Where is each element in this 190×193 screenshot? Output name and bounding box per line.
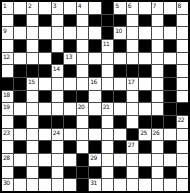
clue-number: 9 bbox=[3, 27, 6, 34]
black-cell bbox=[127, 129, 138, 141]
black-cell bbox=[139, 65, 150, 77]
clue-number: 20 bbox=[78, 103, 85, 110]
grid-cell[interactable]: 20 bbox=[77, 103, 88, 115]
grid-cell[interactable] bbox=[177, 27, 188, 39]
grid-cell[interactable] bbox=[89, 27, 100, 39]
grid-cell[interactable] bbox=[77, 129, 88, 141]
grid-cell[interactable] bbox=[114, 103, 125, 115]
grid-cell[interactable]: 25 bbox=[139, 129, 150, 141]
black-cell bbox=[139, 15, 150, 27]
clue-number: 15 bbox=[28, 78, 35, 85]
grid-cell[interactable] bbox=[127, 154, 138, 166]
grid-cell[interactable] bbox=[177, 53, 188, 65]
clue-number: 19 bbox=[3, 103, 10, 110]
black-cell bbox=[164, 103, 175, 115]
grid-cell[interactable] bbox=[14, 103, 25, 115]
black-cell bbox=[177, 103, 188, 115]
grid-cell[interactable] bbox=[127, 53, 138, 65]
black-cell bbox=[64, 40, 75, 52]
grid-cell[interactable] bbox=[27, 103, 38, 115]
grid-cell[interactable] bbox=[2, 141, 13, 153]
grid-cell[interactable] bbox=[139, 78, 150, 90]
black-cell bbox=[77, 179, 88, 191]
grid-cell[interactable]: 17 bbox=[127, 78, 138, 90]
clue-number: 23 bbox=[3, 129, 10, 136]
grid-cell[interactable] bbox=[52, 27, 63, 39]
black-cell bbox=[39, 40, 50, 52]
black-cell bbox=[114, 65, 125, 77]
black-cell bbox=[14, 116, 25, 128]
black-cell bbox=[102, 15, 113, 27]
black-cell bbox=[14, 40, 25, 52]
grid-cell[interactable] bbox=[64, 2, 75, 14]
clue-number: 16 bbox=[90, 78, 97, 85]
grid-cell[interactable] bbox=[102, 65, 113, 77]
grid-cell[interactable] bbox=[164, 154, 175, 166]
grid-cell[interactable]: 4 bbox=[77, 2, 88, 14]
grid-cell[interactable] bbox=[152, 40, 163, 52]
grid-cell[interactable] bbox=[77, 65, 88, 77]
black-cell bbox=[89, 15, 100, 27]
black-cell bbox=[114, 40, 125, 52]
clue-number: 4 bbox=[78, 2, 81, 9]
grid-cell[interactable]: 28 bbox=[2, 154, 13, 166]
grid-cell[interactable] bbox=[27, 53, 38, 65]
black-cell bbox=[164, 65, 175, 77]
grid-cell[interactable] bbox=[102, 78, 113, 90]
black-cell bbox=[14, 15, 25, 27]
grid-cell[interactable] bbox=[177, 154, 188, 166]
grid-cell[interactable] bbox=[39, 2, 50, 14]
grid-cell[interactable] bbox=[52, 15, 63, 27]
grid-cell[interactable] bbox=[152, 65, 163, 77]
grid-cell[interactable] bbox=[102, 141, 113, 153]
black-cell bbox=[89, 40, 100, 52]
clue-number: 7 bbox=[153, 2, 156, 9]
grid-cell[interactable] bbox=[64, 78, 75, 90]
grid-cell[interactable]: 10 bbox=[114, 27, 125, 39]
clue-number: 27 bbox=[128, 141, 135, 148]
grid-cell[interactable] bbox=[39, 78, 50, 90]
grid-cell[interactable] bbox=[27, 27, 38, 39]
black-cell bbox=[64, 65, 75, 77]
grid-cell[interactable] bbox=[102, 53, 113, 65]
clue-number: 21 bbox=[103, 103, 110, 110]
grid-cell[interactable] bbox=[177, 40, 188, 52]
grid-cell[interactable]: 9 bbox=[2, 27, 13, 39]
black-cell bbox=[164, 116, 175, 128]
black-cell bbox=[2, 78, 13, 90]
black-cell bbox=[89, 65, 100, 77]
crossword-grid: 1234567891011121314151617181920212223242… bbox=[0, 0, 190, 193]
grid-cell[interactable] bbox=[114, 154, 125, 166]
black-cell bbox=[27, 65, 38, 77]
grid-cell[interactable]: 19 bbox=[2, 103, 13, 115]
grid-cell[interactable] bbox=[89, 103, 100, 115]
grid-cell[interactable] bbox=[177, 141, 188, 153]
grid-cell[interactable]: 31 bbox=[89, 179, 100, 191]
grid-cell[interactable] bbox=[102, 179, 113, 191]
grid-cell[interactable] bbox=[27, 179, 38, 191]
clue-number: 25 bbox=[140, 129, 147, 136]
grid-cell[interactable] bbox=[177, 129, 188, 141]
black-cell bbox=[64, 116, 75, 128]
clue-number: 22 bbox=[178, 116, 185, 123]
grid-cell[interactable] bbox=[52, 78, 63, 90]
grid-cell[interactable] bbox=[27, 141, 38, 153]
grid-cell[interactable] bbox=[52, 141, 63, 153]
black-cell bbox=[102, 2, 113, 14]
grid-cell[interactable]: 24 bbox=[52, 129, 63, 141]
black-cell bbox=[39, 15, 50, 27]
black-cell bbox=[14, 167, 25, 179]
grid-cell[interactable] bbox=[89, 91, 100, 103]
grid-cell[interactable] bbox=[139, 154, 150, 166]
grid-cell[interactable] bbox=[77, 27, 88, 39]
grid-cell[interactable] bbox=[114, 179, 125, 191]
grid-cell[interactable]: 30 bbox=[2, 179, 13, 191]
grid-cell[interactable] bbox=[14, 53, 25, 65]
black-cell bbox=[114, 141, 125, 153]
grid-cell[interactable] bbox=[152, 154, 163, 166]
grid-cell[interactable]: 16 bbox=[89, 78, 100, 90]
grid-cell[interactable] bbox=[52, 40, 63, 52]
grid-cell[interactable] bbox=[139, 103, 150, 115]
grid-cell[interactable] bbox=[64, 179, 75, 191]
grid-cell[interactable] bbox=[64, 103, 75, 115]
black-cell bbox=[127, 65, 138, 77]
grid-cell[interactable] bbox=[2, 65, 13, 77]
black-cell bbox=[164, 15, 175, 27]
grid-cell[interactable]: 21 bbox=[102, 103, 113, 115]
black-cell bbox=[102, 27, 113, 39]
grid-cell[interactable] bbox=[39, 179, 50, 191]
grid-cell[interactable] bbox=[139, 179, 150, 191]
grid-cell[interactable] bbox=[2, 40, 13, 52]
grid-cell[interactable]: 13 bbox=[64, 53, 75, 65]
grid-cell[interactable] bbox=[27, 167, 38, 179]
grid-cell[interactable] bbox=[102, 154, 113, 166]
clue-number: 6 bbox=[128, 2, 131, 9]
grid-cell[interactable] bbox=[27, 91, 38, 103]
black-cell bbox=[164, 141, 175, 153]
black-cell bbox=[102, 91, 113, 103]
black-cell bbox=[39, 141, 50, 153]
grid-cell[interactable] bbox=[102, 129, 113, 141]
grid-cell[interactable] bbox=[27, 40, 38, 52]
black-cell bbox=[52, 53, 63, 65]
grid-cell[interactable] bbox=[14, 27, 25, 39]
grid-cell[interactable] bbox=[77, 78, 88, 90]
grid-cell[interactable] bbox=[39, 27, 50, 39]
grid-cell[interactable] bbox=[139, 53, 150, 65]
black-cell bbox=[14, 91, 25, 103]
black-cell bbox=[139, 40, 150, 52]
clue-number: 14 bbox=[53, 65, 60, 72]
grid-cell[interactable]: 27 bbox=[127, 141, 138, 153]
grid-cell[interactable] bbox=[102, 167, 113, 179]
grid-cell[interactable] bbox=[14, 2, 25, 14]
grid-cell[interactable] bbox=[177, 179, 188, 191]
clue-number: 8 bbox=[178, 2, 181, 9]
grid-cell[interactable] bbox=[39, 53, 50, 65]
black-cell bbox=[14, 78, 25, 90]
grid-cell[interactable]: 1 bbox=[2, 2, 13, 14]
black-cell bbox=[164, 78, 175, 90]
grid-cell[interactable] bbox=[164, 27, 175, 39]
grid-cell[interactable]: 11 bbox=[102, 40, 113, 52]
grid-cell[interactable] bbox=[152, 103, 163, 115]
black-cell bbox=[139, 167, 150, 179]
black-cell bbox=[64, 167, 75, 179]
grid-cell[interactable] bbox=[114, 78, 125, 90]
grid-cell[interactable] bbox=[177, 91, 188, 103]
grid-cell[interactable] bbox=[27, 116, 38, 128]
black-cell bbox=[114, 116, 125, 128]
grid-cell[interactable] bbox=[127, 40, 138, 52]
clue-number: 10 bbox=[115, 27, 122, 34]
grid-cell[interactable]: 26 bbox=[152, 129, 163, 141]
grid-cell[interactable] bbox=[52, 179, 63, 191]
black-cell bbox=[152, 116, 163, 128]
grid-cell[interactable] bbox=[2, 167, 13, 179]
grid-cell[interactable] bbox=[127, 116, 138, 128]
grid-cell[interactable]: 12 bbox=[2, 53, 13, 65]
grid-cell[interactable] bbox=[127, 167, 138, 179]
black-cell bbox=[164, 167, 175, 179]
grid-cell[interactable]: 6 bbox=[127, 2, 138, 14]
black-cell bbox=[89, 116, 100, 128]
grid-cell[interactable] bbox=[127, 103, 138, 115]
grid-cell[interactable]: 2 bbox=[27, 2, 38, 14]
grid-cell[interactable] bbox=[52, 167, 63, 179]
grid-cell[interactable] bbox=[164, 53, 175, 65]
clue-number: 3 bbox=[53, 2, 56, 9]
grid-cell[interactable] bbox=[152, 141, 163, 153]
clue-number: 12 bbox=[3, 53, 10, 60]
black-cell bbox=[164, 40, 175, 52]
grid-cell[interactable] bbox=[177, 167, 188, 179]
grid-cell[interactable] bbox=[52, 103, 63, 115]
grid-cell[interactable] bbox=[27, 129, 38, 141]
clue-number: 17 bbox=[128, 78, 135, 85]
grid-cell[interactable]: 14 bbox=[52, 65, 63, 77]
black-cell bbox=[114, 15, 125, 27]
black-cell bbox=[77, 91, 88, 103]
black-cell bbox=[139, 116, 150, 128]
black-cell bbox=[89, 167, 100, 179]
grid-cell[interactable] bbox=[139, 2, 150, 14]
grid-cell[interactable] bbox=[64, 129, 75, 141]
grid-cell[interactable] bbox=[89, 129, 100, 141]
clue-number: 31 bbox=[90, 179, 97, 186]
grid-cell[interactable] bbox=[77, 53, 88, 65]
grid-cell[interactable] bbox=[77, 141, 88, 153]
grid-cell[interactable] bbox=[177, 78, 188, 90]
black-cell bbox=[114, 167, 125, 179]
grid-cell[interactable] bbox=[89, 2, 100, 14]
black-cell bbox=[77, 167, 88, 179]
clue-number: 5 bbox=[115, 2, 118, 9]
black-cell bbox=[139, 91, 150, 103]
black-cell bbox=[64, 91, 75, 103]
grid-cell[interactable]: 18 bbox=[2, 91, 13, 103]
grid-cell[interactable] bbox=[52, 91, 63, 103]
grid-cell[interactable] bbox=[2, 15, 13, 27]
black-cell bbox=[52, 116, 63, 128]
black-cell bbox=[14, 141, 25, 153]
clue-number: 26 bbox=[153, 129, 160, 136]
black-cell bbox=[39, 91, 50, 103]
black-cell bbox=[64, 141, 75, 153]
black-cell bbox=[164, 91, 175, 103]
grid-cell[interactable]: 7 bbox=[152, 2, 163, 14]
grid-cell[interactable] bbox=[77, 116, 88, 128]
clue-number: 13 bbox=[65, 53, 72, 60]
grid-cell[interactable] bbox=[102, 116, 113, 128]
grid-cell[interactable] bbox=[127, 91, 138, 103]
grid-cell[interactable] bbox=[152, 78, 163, 90]
grid-cell[interactable] bbox=[114, 129, 125, 141]
grid-cell[interactable] bbox=[39, 103, 50, 115]
black-cell bbox=[114, 91, 125, 103]
grid-cell[interactable]: 8 bbox=[177, 2, 188, 14]
grid-cell[interactable] bbox=[27, 15, 38, 27]
black-cell bbox=[14, 65, 25, 77]
grid-cell[interactable] bbox=[152, 91, 163, 103]
grid-cell[interactable] bbox=[39, 129, 50, 141]
grid-cell[interactable] bbox=[127, 27, 138, 39]
grid-cell[interactable] bbox=[77, 15, 88, 27]
grid-cell[interactable] bbox=[152, 53, 163, 65]
grid-cell[interactable]: 29 bbox=[89, 154, 100, 166]
clue-number: 1 bbox=[3, 2, 6, 9]
grid-cell[interactable] bbox=[139, 27, 150, 39]
grid-cell[interactable] bbox=[89, 53, 100, 65]
grid-cell[interactable] bbox=[127, 179, 138, 191]
grid-cell[interactable] bbox=[2, 116, 13, 128]
grid-cell[interactable] bbox=[164, 179, 175, 191]
black-cell bbox=[39, 167, 50, 179]
grid-cell[interactable] bbox=[64, 27, 75, 39]
grid-cell[interactable]: 15 bbox=[27, 78, 38, 90]
clue-number: 30 bbox=[3, 179, 10, 186]
grid-cell[interactable] bbox=[39, 154, 50, 166]
black-cell bbox=[64, 15, 75, 27]
grid-cell[interactable]: 5 bbox=[114, 2, 125, 14]
clue-number: 2 bbox=[28, 2, 31, 9]
grid-cell[interactable]: 23 bbox=[2, 129, 13, 141]
black-cell bbox=[89, 141, 100, 153]
grid-cell[interactable]: 3 bbox=[52, 2, 63, 14]
grid-cell[interactable] bbox=[64, 154, 75, 166]
grid-cell[interactable] bbox=[177, 15, 188, 27]
clue-number: 24 bbox=[53, 129, 60, 136]
grid-cell[interactable] bbox=[127, 15, 138, 27]
clue-number: 11 bbox=[103, 40, 110, 47]
clue-number: 18 bbox=[3, 91, 10, 98]
grid-cell[interactable] bbox=[27, 154, 38, 166]
grid-cell[interactable] bbox=[164, 2, 175, 14]
grid-cell[interactable] bbox=[152, 179, 163, 191]
grid-cell[interactable] bbox=[14, 154, 25, 166]
black-cell bbox=[77, 154, 88, 166]
black-cell bbox=[39, 116, 50, 128]
grid-cell[interactable] bbox=[152, 27, 163, 39]
black-cell bbox=[139, 141, 150, 153]
grid-cell[interactable] bbox=[14, 179, 25, 191]
grid-cell[interactable] bbox=[177, 65, 188, 77]
clue-number: 28 bbox=[3, 154, 10, 161]
grid-cell[interactable] bbox=[52, 154, 63, 166]
grid-cell[interactable] bbox=[77, 40, 88, 52]
grid-cell[interactable]: 22 bbox=[177, 116, 188, 128]
grid-cell[interactable] bbox=[164, 129, 175, 141]
grid-cell[interactable] bbox=[152, 15, 163, 27]
clue-number: 29 bbox=[90, 154, 97, 161]
grid-cell[interactable] bbox=[14, 129, 25, 141]
black-cell bbox=[39, 65, 50, 77]
grid-cell[interactable] bbox=[152, 167, 163, 179]
grid-cell[interactable] bbox=[114, 53, 125, 65]
